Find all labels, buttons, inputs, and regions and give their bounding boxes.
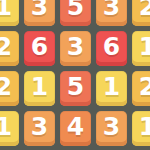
tile-r2c5-value-1[interactable]: 1 bbox=[132, 31, 150, 66]
tile-r1c2-value-3[interactable]: 3 bbox=[24, 0, 55, 26]
tile-r3c3-value-5[interactable]: 5 bbox=[60, 71, 91, 106]
tile-r1c5-value-2[interactable]: 2 bbox=[132, 0, 150, 26]
tile-r1c3-value-5[interactable]: 5 bbox=[60, 0, 91, 26]
tile-r1c4-value-3[interactable]: 3 bbox=[96, 0, 127, 26]
tile-r3c5-value-2[interactable]: 2 bbox=[132, 71, 150, 106]
tile-r1c1-value-1[interactable]: 1 bbox=[0, 0, 19, 26]
tile-r4c5-value-1[interactable]: 1 bbox=[132, 111, 150, 146]
tile-r2c4-value-6[interactable]: 6 bbox=[96, 31, 127, 66]
tile-r4c2-value-3[interactable]: 3 bbox=[24, 111, 55, 146]
tile-r3c1-value-2[interactable]: 2 bbox=[0, 71, 19, 106]
tile-r3c2-value-1[interactable]: 1 bbox=[24, 71, 55, 106]
tile-r4c4-value-3[interactable]: 3 bbox=[96, 111, 127, 146]
tile-grid: 13532263612151213431 bbox=[0, 0, 150, 146]
tile-r3c4-value-1[interactable]: 1 bbox=[96, 71, 127, 106]
tile-r2c3-value-3[interactable]: 3 bbox=[60, 31, 91, 66]
tile-r2c2-value-6[interactable]: 6 bbox=[24, 31, 55, 66]
tile-r2c1-value-2[interactable]: 2 bbox=[0, 31, 19, 66]
game-screen: 13532263612151213431 bbox=[0, 0, 150, 150]
tile-r4c3-value-4[interactable]: 4 bbox=[60, 111, 91, 146]
tile-r4c1-value-1[interactable]: 1 bbox=[0, 111, 19, 146]
